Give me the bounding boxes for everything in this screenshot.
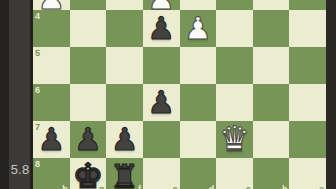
square-b6[interactable] [253,84,290,121]
square-a4[interactable] [289,10,326,47]
square-h7[interactable]: 7♟ [33,121,70,158]
square-g8[interactable]: g♚ [70,158,107,189]
black-rook-f8[interactable]: ♜ [110,160,140,189]
square-h3[interactable]: ♟ [33,0,70,10]
square-b7[interactable] [253,121,290,158]
chess-app-view: 5.8 ♟♟4♟♟56♟7♟♟♟♛8hg♚f♜edcba [0,0,336,189]
black-pawn-e6[interactable]: ♟ [147,87,175,118]
rank-label-7: 7 [35,123,40,132]
evaluation-score: 5.8 [7,162,33,177]
file-label-a: a [319,185,324,189]
square-h6[interactable]: 6 [33,84,70,121]
white-queen-c7[interactable]: ♛ [219,122,250,157]
board-viewport: ♟♟4♟♟56♟7♟♟♟♛8hg♚f♜edcba [33,0,327,189]
square-b3[interactable] [253,0,290,10]
square-g7[interactable]: ♟ [70,121,107,158]
square-a8[interactable]: a [289,158,326,189]
black-pawn-h7[interactable]: ♟ [37,124,65,155]
square-d5[interactable] [180,47,217,84]
square-g3[interactable] [70,0,107,10]
rank-label-6: 6 [35,86,40,95]
square-e6[interactable]: ♟ [143,84,180,121]
black-pawn-f7[interactable]: ♟ [111,124,139,155]
square-f8[interactable]: f♜ [106,158,143,189]
file-label-f: f [138,185,141,189]
square-h8[interactable]: 8h [33,158,70,189]
evaluation-bar [9,0,30,189]
square-g5[interactable] [70,47,107,84]
file-label-g: g [99,185,105,189]
square-e8[interactable]: e [143,158,180,189]
square-b8[interactable]: b [253,158,290,189]
square-a3[interactable] [289,0,326,10]
square-c5[interactable] [216,47,253,84]
square-f6[interactable] [106,84,143,121]
square-d4[interactable]: ♟ [180,10,217,47]
square-d6[interactable] [180,84,217,121]
square-c8[interactable]: c [216,158,253,189]
white-pawn-d4[interactable]: ♟ [184,13,212,44]
square-d7[interactable] [180,121,217,158]
square-h5[interactable]: 5 [33,47,70,84]
square-c7[interactable]: ♛ [216,121,253,158]
square-f3[interactable] [106,0,143,10]
black-pawn-e4[interactable]: ♟ [147,13,175,44]
rank-label-5: 5 [35,49,40,58]
square-b4[interactable] [253,10,290,47]
square-d3[interactable] [180,0,217,10]
square-f4[interactable] [106,10,143,47]
square-a5[interactable] [289,47,326,84]
file-label-d: d [209,185,215,189]
black-pawn-g7[interactable]: ♟ [74,124,102,155]
square-h4[interactable]: 4 [33,10,70,47]
rank-label-4: 4 [35,12,40,21]
square-g4[interactable] [70,10,107,47]
rank-label-8: 8 [35,160,40,169]
page-left-edge [0,0,9,189]
square-e3[interactable]: ♟ [143,0,180,10]
square-g6[interactable] [70,84,107,121]
file-label-h: h [62,185,68,189]
square-a7[interactable] [289,121,326,158]
square-a6[interactable] [289,84,326,121]
square-c6[interactable] [216,84,253,121]
square-f5[interactable] [106,47,143,84]
square-e5[interactable] [143,47,180,84]
file-label-c: c [246,185,251,189]
square-d8[interactable]: d [180,158,217,189]
file-label-b: b [282,185,288,189]
square-c4[interactable] [216,10,253,47]
chess-board[interactable]: ♟♟4♟♟56♟7♟♟♟♛8hg♚f♜edcba [33,0,326,189]
square-c3[interactable] [216,0,253,10]
square-e4[interactable]: ♟ [143,10,180,47]
square-b5[interactable] [253,47,290,84]
square-e7[interactable] [143,121,180,158]
file-label-e: e [173,185,178,189]
square-f7[interactable]: ♟ [106,121,143,158]
